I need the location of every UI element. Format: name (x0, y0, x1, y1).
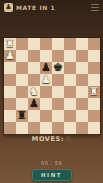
square-b7[interactable] (16, 50, 28, 62)
square-c1[interactable] (28, 122, 40, 134)
square-c4[interactable]: ♞ (28, 86, 40, 98)
app-logo-pawn-badge-icon: ♟ (4, 3, 13, 12)
square-e3[interactable] (52, 98, 64, 110)
square-d6[interactable]: ♟ (40, 62, 52, 74)
square-a2[interactable] (4, 110, 16, 122)
square-g7[interactable] (76, 50, 88, 62)
square-a1[interactable] (4, 122, 16, 134)
square-b8[interactable] (16, 38, 28, 50)
app-screen: ♟ MATE IN 1 ♜♟♟♚♟♞♜♟♜ MOVES:0 00 : 59 HI… (0, 0, 103, 183)
square-g2[interactable] (76, 110, 88, 122)
moves-label: MOVES: (32, 135, 64, 143)
square-h6[interactable] (88, 62, 100, 74)
square-d7[interactable] (40, 50, 52, 62)
black-pawn-c3[interactable]: ♟ (28, 98, 40, 110)
square-e6[interactable]: ♚ (52, 62, 64, 74)
hint-button-label: HINT (41, 172, 62, 178)
square-g4[interactable] (76, 86, 88, 98)
square-g1[interactable] (76, 122, 88, 134)
square-f3[interactable] (64, 98, 76, 110)
hint-button[interactable]: HINT (32, 169, 72, 181)
square-g6[interactable] (76, 62, 88, 74)
square-h5[interactable] (88, 74, 100, 86)
square-a4[interactable] (4, 86, 16, 98)
square-e4[interactable] (52, 86, 64, 98)
header-bar: ♟ MATE IN 1 (0, 0, 103, 14)
square-d5[interactable]: ♟ (40, 74, 52, 86)
square-c3[interactable]: ♟ (28, 98, 40, 110)
square-b6[interactable] (16, 62, 28, 74)
black-rook-b2[interactable]: ♜ (16, 110, 28, 122)
square-f1[interactable] (64, 122, 76, 134)
square-c8[interactable] (28, 38, 40, 50)
square-c6[interactable] (28, 62, 40, 74)
square-h4[interactable]: ♜ (88, 86, 100, 98)
square-d2[interactable] (40, 110, 52, 122)
square-e8[interactable] (52, 38, 64, 50)
square-a7[interactable]: ♟ (4, 50, 16, 62)
square-a5[interactable] (4, 74, 16, 86)
square-a8[interactable]: ♜ (4, 38, 16, 50)
square-h3[interactable] (88, 98, 100, 110)
square-d3[interactable] (40, 98, 52, 110)
square-h1[interactable] (88, 122, 100, 134)
black-king-e6[interactable]: ♚ (52, 62, 64, 74)
square-d4[interactable] (40, 86, 52, 98)
square-f7[interactable] (64, 50, 76, 62)
white-knight-c4[interactable]: ♞ (28, 86, 40, 98)
square-f5[interactable] (64, 74, 76, 86)
page-title: MATE IN 1 (16, 4, 55, 11)
square-c5[interactable] (28, 74, 40, 86)
white-pawn-a7[interactable]: ♟ (4, 50, 16, 62)
white-pawn-d5[interactable]: ♟ (40, 74, 52, 86)
square-a6[interactable] (4, 62, 16, 74)
square-e7[interactable] (52, 50, 64, 62)
moves-counter: MOVES:0 (0, 135, 103, 143)
moves-value: 0 (66, 135, 71, 143)
square-f6[interactable] (64, 62, 76, 74)
chess-board[interactable]: ♜♟♟♚♟♞♜♟♜ (3, 37, 101, 135)
square-b2[interactable]: ♜ (16, 110, 28, 122)
square-b3[interactable] (16, 98, 28, 110)
timer-countdown: 00 : 59 (0, 160, 103, 166)
square-h7[interactable] (88, 50, 100, 62)
square-h8[interactable] (88, 38, 100, 50)
white-rook-a8[interactable]: ♜ (4, 38, 16, 50)
square-b5[interactable] (16, 74, 28, 86)
square-e1[interactable] (52, 122, 64, 134)
white-rook-h4[interactable]: ♜ (88, 86, 100, 98)
square-c2[interactable] (28, 110, 40, 122)
square-f8[interactable] (64, 38, 76, 50)
square-g5[interactable] (76, 74, 88, 86)
square-f2[interactable] (64, 110, 76, 122)
square-g8[interactable] (76, 38, 88, 50)
square-e5[interactable] (52, 74, 64, 86)
square-b1[interactable] (16, 122, 28, 134)
square-d1[interactable] (40, 122, 52, 134)
square-g3[interactable] (76, 98, 88, 110)
square-h2[interactable] (88, 110, 100, 122)
square-c7[interactable] (28, 50, 40, 62)
square-f4[interactable] (64, 86, 76, 98)
square-d8[interactable] (40, 38, 52, 50)
black-pawn-d6[interactable]: ♟ (40, 62, 52, 74)
hamburger-menu-icon[interactable] (91, 4, 99, 11)
square-a3[interactable] (4, 98, 16, 110)
square-b4[interactable] (16, 86, 28, 98)
square-e2[interactable] (52, 110, 64, 122)
